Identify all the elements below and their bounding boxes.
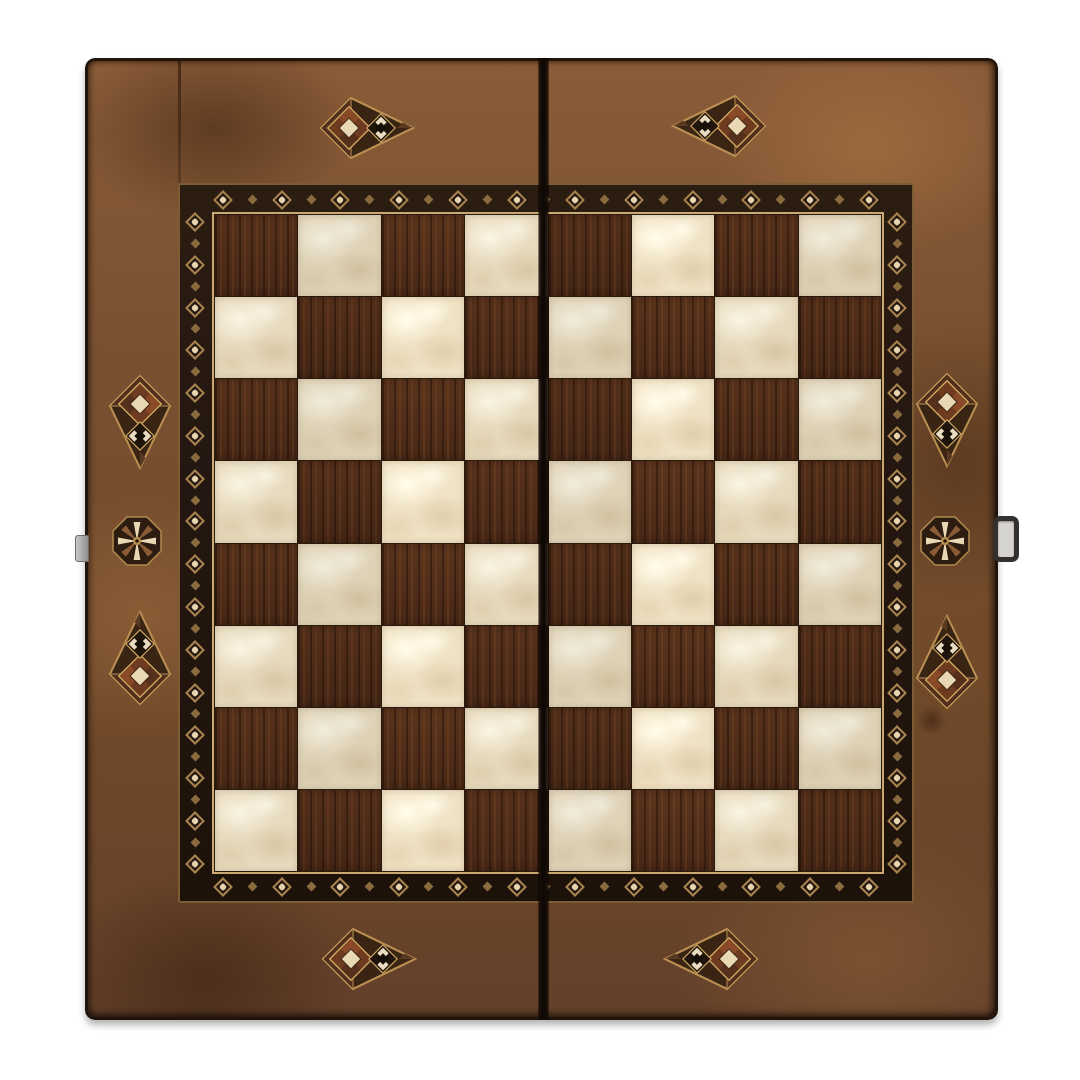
square-a7 xyxy=(215,297,297,378)
chain-diamond-large xyxy=(887,383,907,403)
chain-diamond-small xyxy=(190,324,200,334)
chain-diamond-large xyxy=(272,190,292,210)
square-g1 xyxy=(715,790,797,871)
chain-diamond-small xyxy=(892,324,902,334)
chain-diamond-large xyxy=(887,854,907,874)
kite-inlay-top-left xyxy=(319,95,415,161)
compass-star-inlay-left xyxy=(110,514,164,568)
chain-diamond-large xyxy=(683,877,703,897)
chess-board xyxy=(85,58,998,1020)
square-c4 xyxy=(382,544,464,625)
chain-diamond-small xyxy=(424,882,434,892)
metal-hinge-pin xyxy=(75,535,89,562)
square-c1 xyxy=(382,790,464,871)
chain-diamond-small xyxy=(190,795,200,805)
chain-diamond-large xyxy=(185,811,205,831)
chain-diamond-large xyxy=(859,190,879,210)
square-h1 xyxy=(799,790,881,871)
chain-diamond-small xyxy=(717,882,727,892)
chain-diamond-large xyxy=(389,190,409,210)
square-c3 xyxy=(382,626,464,707)
square-g3 xyxy=(715,626,797,707)
square-d5 xyxy=(465,461,547,542)
chain-diamond-small xyxy=(306,195,316,205)
square-e5 xyxy=(549,461,631,542)
square-f4 xyxy=(632,544,714,625)
chain-diamond-small xyxy=(892,367,902,377)
square-a5 xyxy=(215,461,297,542)
kite-inlay-top-right xyxy=(671,93,767,159)
chain-diamond-large xyxy=(624,877,644,897)
chain-diamond-small xyxy=(892,623,902,633)
chain-diamond-small xyxy=(892,666,902,676)
chain-diamond-large xyxy=(185,597,205,617)
chain-diamond-large xyxy=(389,877,409,897)
chain-diamond-large xyxy=(887,811,907,831)
chain-diamond-large xyxy=(185,298,205,318)
square-h8 xyxy=(799,215,881,296)
chain-diamond-large xyxy=(185,854,205,874)
square-b6 xyxy=(298,379,380,460)
chain-diamond-large xyxy=(507,190,527,210)
square-e4 xyxy=(549,544,631,625)
square-e1 xyxy=(549,790,631,871)
chain-diamond-large xyxy=(887,640,907,660)
square-a6 xyxy=(215,379,297,460)
kite-inlay-left-upper xyxy=(107,374,173,470)
chain-diamond-small xyxy=(658,195,668,205)
chain-diamond-small xyxy=(190,837,200,847)
chain-diamond-small xyxy=(365,882,375,892)
chain-diamond-small xyxy=(600,195,610,205)
square-f5 xyxy=(632,461,714,542)
chain-diamond-large xyxy=(185,768,205,788)
chain-diamond-large xyxy=(185,725,205,745)
kite-inlay-right-upper xyxy=(914,372,980,468)
chain-diamond-large xyxy=(887,725,907,745)
chain-diamond-large xyxy=(887,683,907,703)
chain-diamond-small xyxy=(892,281,902,291)
square-b5 xyxy=(298,461,380,542)
square-c6 xyxy=(382,379,464,460)
chain-diamond-large xyxy=(887,512,907,532)
chain-diamond-large xyxy=(448,877,468,897)
chain-diamond-large xyxy=(887,298,907,318)
square-h3 xyxy=(799,626,881,707)
square-f1 xyxy=(632,790,714,871)
chain-diamond-small xyxy=(892,238,902,248)
square-g4 xyxy=(715,544,797,625)
square-g6 xyxy=(715,379,797,460)
compass-star-inlay-right xyxy=(918,514,972,568)
chain-diamond-small xyxy=(892,495,902,505)
chain-diamond-large xyxy=(507,877,527,897)
square-c8 xyxy=(382,215,464,296)
square-a2 xyxy=(215,708,297,789)
chain-diamond-large xyxy=(185,640,205,660)
square-b4 xyxy=(298,544,380,625)
chain-diamond-large xyxy=(331,190,351,210)
chain-diamond-large xyxy=(742,190,762,210)
square-e3 xyxy=(549,626,631,707)
square-d4 xyxy=(465,544,547,625)
chain-diamond-small xyxy=(892,410,902,420)
product-photo-background xyxy=(0,0,1080,1080)
square-b2 xyxy=(298,708,380,789)
square-c5 xyxy=(382,461,464,542)
square-h5 xyxy=(799,461,881,542)
chain-diamond-small xyxy=(600,882,610,892)
square-d2 xyxy=(465,708,547,789)
chain-diamond-small xyxy=(365,195,375,205)
square-d8 xyxy=(465,215,547,296)
chain-diamond-small xyxy=(835,195,845,205)
chain-diamond-large xyxy=(185,255,205,275)
chain-diamond-large xyxy=(448,190,468,210)
chain-diamond-small xyxy=(892,837,902,847)
chain-diamond-large xyxy=(331,877,351,897)
chain-diamond-large xyxy=(185,383,205,403)
square-e6 xyxy=(549,379,631,460)
chain-diamond-small xyxy=(190,666,200,676)
square-d6 xyxy=(465,379,547,460)
square-a3 xyxy=(215,626,297,707)
square-h2 xyxy=(799,708,881,789)
chain-diamond-small xyxy=(482,195,492,205)
square-h7 xyxy=(799,297,881,378)
square-f2 xyxy=(632,708,714,789)
chain-diamond-large xyxy=(887,597,907,617)
chain-diamond-large xyxy=(624,190,644,210)
square-d7 xyxy=(465,297,547,378)
square-b3 xyxy=(298,626,380,707)
chain-diamond-small xyxy=(190,581,200,591)
chain-diamond-small xyxy=(190,238,200,248)
chain-diamond-small xyxy=(892,538,902,548)
chain-diamond-large xyxy=(185,554,205,574)
square-b8 xyxy=(298,215,380,296)
square-d1 xyxy=(465,790,547,871)
kite-inlay-bottom-left xyxy=(321,926,417,992)
fold-seam xyxy=(539,58,548,1020)
chain-diamond-small xyxy=(190,410,200,420)
chain-diamond-large xyxy=(887,469,907,489)
checkerboard xyxy=(212,212,884,874)
square-e2 xyxy=(549,708,631,789)
square-a1 xyxy=(215,790,297,871)
square-e8 xyxy=(549,215,631,296)
chain-diamond-small xyxy=(892,452,902,462)
chain-diamond-large xyxy=(185,340,205,360)
diamond-chain-right xyxy=(884,215,910,871)
diamond-chain-left xyxy=(182,215,208,871)
chain-diamond-small xyxy=(482,882,492,892)
chain-diamond-small xyxy=(424,195,434,205)
chain-diamond-large xyxy=(887,426,907,446)
chain-diamond-large xyxy=(887,255,907,275)
chain-diamond-small xyxy=(658,882,668,892)
chain-diamond-large xyxy=(887,768,907,788)
square-h6 xyxy=(799,379,881,460)
veneer-joint-line xyxy=(178,61,181,185)
metal-clasp-latch xyxy=(993,516,1019,562)
square-d3 xyxy=(465,626,547,707)
chain-diamond-large xyxy=(683,190,703,210)
kite-inlay-right-lower xyxy=(914,614,980,710)
square-g7 xyxy=(715,297,797,378)
chain-diamond-small xyxy=(190,709,200,719)
chain-diamond-small xyxy=(892,709,902,719)
chain-diamond-small xyxy=(190,281,200,291)
chain-diamond-large xyxy=(887,554,907,574)
chain-diamond-small xyxy=(190,452,200,462)
square-f6 xyxy=(632,379,714,460)
chain-diamond-large xyxy=(185,469,205,489)
square-c7 xyxy=(382,297,464,378)
square-c2 xyxy=(382,708,464,789)
chain-diamond-small xyxy=(892,581,902,591)
chain-diamond-large xyxy=(213,190,233,210)
chain-diamond-small xyxy=(776,195,786,205)
chain-diamond-small xyxy=(190,538,200,548)
chain-diamond-large xyxy=(185,212,205,232)
chain-diamond-small xyxy=(190,367,200,377)
chain-diamond-large xyxy=(185,512,205,532)
square-g5 xyxy=(715,461,797,542)
chain-diamond-large xyxy=(859,877,879,897)
square-b1 xyxy=(298,790,380,871)
chain-diamond-small xyxy=(306,882,316,892)
square-b7 xyxy=(298,297,380,378)
square-e7 xyxy=(549,297,631,378)
chain-diamond-large xyxy=(185,426,205,446)
kite-inlay-bottom-right xyxy=(663,926,759,992)
square-h4 xyxy=(799,544,881,625)
chain-diamond-large xyxy=(213,877,233,897)
chain-diamond-small xyxy=(190,752,200,762)
chain-diamond-small xyxy=(190,495,200,505)
kite-inlay-left-lower xyxy=(107,610,173,706)
square-f8 xyxy=(632,215,714,296)
chain-diamond-small xyxy=(776,882,786,892)
chain-diamond-small xyxy=(717,195,727,205)
chain-diamond-large xyxy=(272,877,292,897)
square-a8 xyxy=(215,215,297,296)
chain-diamond-small xyxy=(190,623,200,633)
chain-diamond-small xyxy=(247,195,257,205)
chain-diamond-small xyxy=(892,752,902,762)
chain-diamond-large xyxy=(800,877,820,897)
chain-diamond-large xyxy=(565,877,585,897)
square-f7 xyxy=(632,297,714,378)
chain-diamond-large xyxy=(800,190,820,210)
square-a4 xyxy=(215,544,297,625)
square-f3 xyxy=(632,626,714,707)
chain-diamond-small xyxy=(835,882,845,892)
chain-diamond-large xyxy=(887,340,907,360)
chain-diamond-large xyxy=(887,212,907,232)
chain-diamond-large xyxy=(565,190,585,210)
chain-diamond-large xyxy=(742,877,762,897)
square-g2 xyxy=(715,708,797,789)
chain-diamond-small xyxy=(892,795,902,805)
square-g8 xyxy=(715,215,797,296)
chain-diamond-large xyxy=(185,683,205,703)
chain-diamond-small xyxy=(247,882,257,892)
